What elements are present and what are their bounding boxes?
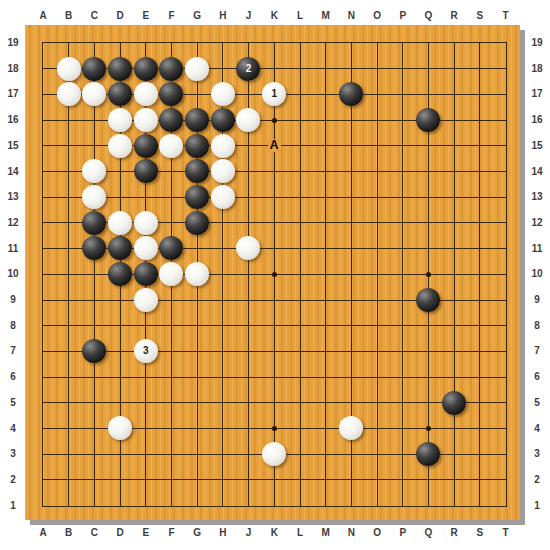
intersection-L16[interactable] xyxy=(287,107,313,133)
intersection-K12[interactable] xyxy=(261,210,287,236)
intersection-P12[interactable] xyxy=(390,210,416,236)
intersection-C15[interactable] xyxy=(82,133,108,159)
intersection-G1[interactable] xyxy=(184,493,210,519)
intersection-H4[interactable] xyxy=(210,415,236,441)
intersection-H19[interactable] xyxy=(210,30,236,56)
intersection-O8[interactable] xyxy=(364,313,390,339)
intersection-M5[interactable] xyxy=(313,390,339,416)
intersection-L14[interactable] xyxy=(287,159,313,185)
intersection-A13[interactable] xyxy=(30,184,56,210)
intersection-D6[interactable] xyxy=(107,364,133,390)
intersection-Q12[interactable] xyxy=(415,210,441,236)
intersection-O6[interactable] xyxy=(364,364,390,390)
intersection-J14[interactable] xyxy=(236,159,262,185)
intersection-C13[interactable] xyxy=(82,184,108,210)
intersection-Q5[interactable] xyxy=(415,390,441,416)
intersection-R2[interactable] xyxy=(441,467,467,493)
intersection-K14[interactable] xyxy=(261,159,287,185)
intersection-M6[interactable] xyxy=(313,364,339,390)
intersection-G18[interactable] xyxy=(184,56,210,82)
intersection-J6[interactable] xyxy=(236,364,262,390)
intersection-T16[interactable] xyxy=(493,107,519,133)
intersection-F3[interactable] xyxy=(159,441,185,467)
intersection-H6[interactable] xyxy=(210,364,236,390)
intersection-R1[interactable] xyxy=(441,493,467,519)
intersection-E17[interactable] xyxy=(133,82,159,108)
intersection-D15[interactable] xyxy=(107,133,133,159)
intersection-D16[interactable] xyxy=(107,107,133,133)
intersection-P16[interactable] xyxy=(390,107,416,133)
intersection-D5[interactable] xyxy=(107,390,133,416)
intersection-Q2[interactable] xyxy=(415,467,441,493)
intersection-J8[interactable] xyxy=(236,313,262,339)
intersection-O11[interactable] xyxy=(364,236,390,262)
intersection-E5[interactable] xyxy=(133,390,159,416)
intersection-R17[interactable] xyxy=(441,82,467,108)
intersection-K7[interactable] xyxy=(261,338,287,364)
intersection-P6[interactable] xyxy=(390,364,416,390)
intersection-T5[interactable] xyxy=(493,390,519,416)
intersection-P8[interactable] xyxy=(390,313,416,339)
intersection-N19[interactable] xyxy=(338,30,364,56)
intersection-N13[interactable] xyxy=(338,184,364,210)
intersection-J12[interactable] xyxy=(236,210,262,236)
intersection-O15[interactable] xyxy=(364,133,390,159)
intersection-H14[interactable] xyxy=(210,159,236,185)
intersection-A8[interactable] xyxy=(30,313,56,339)
intersection-F13[interactable] xyxy=(159,184,185,210)
intersection-E6[interactable] xyxy=(133,364,159,390)
intersection-T13[interactable] xyxy=(493,184,519,210)
intersection-T10[interactable] xyxy=(493,261,519,287)
intersection-G15[interactable] xyxy=(184,133,210,159)
intersection-D7[interactable] xyxy=(107,338,133,364)
intersection-N1[interactable] xyxy=(338,493,364,519)
intersection-Q17[interactable] xyxy=(415,82,441,108)
intersection-Q1[interactable] xyxy=(415,493,441,519)
intersection-D1[interactable] xyxy=(107,493,133,519)
intersection-P17[interactable] xyxy=(390,82,416,108)
intersection-J5[interactable] xyxy=(236,390,262,416)
intersection-G6[interactable] xyxy=(184,364,210,390)
intersection-L7[interactable] xyxy=(287,338,313,364)
intersection-J3[interactable] xyxy=(236,441,262,467)
intersection-H18[interactable] xyxy=(210,56,236,82)
intersection-K1[interactable] xyxy=(261,493,287,519)
intersection-K15[interactable]: A xyxy=(261,133,287,159)
intersection-L2[interactable] xyxy=(287,467,313,493)
intersection-Q13[interactable] xyxy=(415,184,441,210)
intersection-P15[interactable] xyxy=(390,133,416,159)
intersection-F7[interactable] xyxy=(159,338,185,364)
intersection-E3[interactable] xyxy=(133,441,159,467)
intersection-H8[interactable] xyxy=(210,313,236,339)
intersection-C7[interactable] xyxy=(82,338,108,364)
intersection-P9[interactable] xyxy=(390,287,416,313)
intersection-D10[interactable] xyxy=(107,261,133,287)
intersection-O13[interactable] xyxy=(364,184,390,210)
intersection-T17[interactable] xyxy=(493,82,519,108)
intersection-Q6[interactable] xyxy=(415,364,441,390)
intersection-J9[interactable] xyxy=(236,287,262,313)
intersection-B6[interactable] xyxy=(56,364,82,390)
intersection-L1[interactable] xyxy=(287,493,313,519)
intersection-M13[interactable] xyxy=(313,184,339,210)
intersection-F17[interactable] xyxy=(159,82,185,108)
intersection-C11[interactable] xyxy=(82,236,108,262)
intersection-K17[interactable]: 1 xyxy=(261,82,287,108)
intersection-A10[interactable] xyxy=(30,261,56,287)
intersection-E12[interactable] xyxy=(133,210,159,236)
intersection-B8[interactable] xyxy=(56,313,82,339)
intersection-R5[interactable] xyxy=(441,390,467,416)
intersection-T8[interactable] xyxy=(493,313,519,339)
intersection-F10[interactable] xyxy=(159,261,185,287)
intersection-D19[interactable] xyxy=(107,30,133,56)
intersection-R3[interactable] xyxy=(441,441,467,467)
intersection-T3[interactable] xyxy=(493,441,519,467)
intersection-M15[interactable] xyxy=(313,133,339,159)
intersection-M8[interactable] xyxy=(313,313,339,339)
intersection-G19[interactable] xyxy=(184,30,210,56)
intersection-C1[interactable] xyxy=(82,493,108,519)
intersection-B9[interactable] xyxy=(56,287,82,313)
intersection-O9[interactable] xyxy=(364,287,390,313)
intersection-B7[interactable] xyxy=(56,338,82,364)
intersection-G2[interactable] xyxy=(184,467,210,493)
intersection-J15[interactable] xyxy=(236,133,262,159)
intersection-A18[interactable] xyxy=(30,56,56,82)
intersection-F4[interactable] xyxy=(159,415,185,441)
intersection-F5[interactable] xyxy=(159,390,185,416)
intersection-A6[interactable] xyxy=(30,364,56,390)
intersection-N4[interactable] xyxy=(338,415,364,441)
intersection-T18[interactable] xyxy=(493,56,519,82)
intersection-F12[interactable] xyxy=(159,210,185,236)
intersection-B13[interactable] xyxy=(56,184,82,210)
intersection-T4[interactable] xyxy=(493,415,519,441)
intersection-S4[interactable] xyxy=(467,415,493,441)
intersection-D4[interactable] xyxy=(107,415,133,441)
intersection-G12[interactable] xyxy=(184,210,210,236)
intersection-G16[interactable] xyxy=(184,107,210,133)
intersection-F6[interactable] xyxy=(159,364,185,390)
intersection-Q8[interactable] xyxy=(415,313,441,339)
intersection-G17[interactable] xyxy=(184,82,210,108)
intersection-R10[interactable] xyxy=(441,261,467,287)
intersection-K19[interactable] xyxy=(261,30,287,56)
intersection-C12[interactable] xyxy=(82,210,108,236)
intersection-T2[interactable] xyxy=(493,467,519,493)
intersection-R18[interactable] xyxy=(441,56,467,82)
intersection-H5[interactable] xyxy=(210,390,236,416)
intersection-Q7[interactable] xyxy=(415,338,441,364)
intersection-A4[interactable] xyxy=(30,415,56,441)
intersection-E16[interactable] xyxy=(133,107,159,133)
intersection-M11[interactable] xyxy=(313,236,339,262)
intersection-B5[interactable] xyxy=(56,390,82,416)
intersection-D3[interactable] xyxy=(107,441,133,467)
intersection-F16[interactable] xyxy=(159,107,185,133)
intersection-B1[interactable] xyxy=(56,493,82,519)
intersection-E8[interactable] xyxy=(133,313,159,339)
intersection-A2[interactable] xyxy=(30,467,56,493)
intersection-N18[interactable] xyxy=(338,56,364,82)
intersection-N15[interactable] xyxy=(338,133,364,159)
intersection-S1[interactable] xyxy=(467,493,493,519)
intersection-R16[interactable] xyxy=(441,107,467,133)
intersection-H17[interactable] xyxy=(210,82,236,108)
intersection-L4[interactable] xyxy=(287,415,313,441)
intersection-A1[interactable] xyxy=(30,493,56,519)
intersection-K18[interactable] xyxy=(261,56,287,82)
intersection-L17[interactable] xyxy=(287,82,313,108)
intersection-L6[interactable] xyxy=(287,364,313,390)
intersection-N12[interactable] xyxy=(338,210,364,236)
intersection-Q16[interactable] xyxy=(415,107,441,133)
intersection-L5[interactable] xyxy=(287,390,313,416)
intersection-H7[interactable] xyxy=(210,338,236,364)
intersection-J13[interactable] xyxy=(236,184,262,210)
intersection-G8[interactable] xyxy=(184,313,210,339)
intersection-B17[interactable] xyxy=(56,82,82,108)
intersection-R13[interactable] xyxy=(441,184,467,210)
intersection-R4[interactable] xyxy=(441,415,467,441)
intersection-N3[interactable] xyxy=(338,441,364,467)
intersection-B3[interactable] xyxy=(56,441,82,467)
intersection-R6[interactable] xyxy=(441,364,467,390)
intersection-C2[interactable] xyxy=(82,467,108,493)
intersection-K9[interactable] xyxy=(261,287,287,313)
intersection-Q19[interactable] xyxy=(415,30,441,56)
intersection-A12[interactable] xyxy=(30,210,56,236)
intersection-E2[interactable] xyxy=(133,467,159,493)
intersection-L8[interactable] xyxy=(287,313,313,339)
intersection-K11[interactable] xyxy=(261,236,287,262)
intersection-E13[interactable] xyxy=(133,184,159,210)
intersection-O19[interactable] xyxy=(364,30,390,56)
intersection-H1[interactable] xyxy=(210,493,236,519)
intersection-M9[interactable] xyxy=(313,287,339,313)
intersection-S8[interactable] xyxy=(467,313,493,339)
intersection-N6[interactable] xyxy=(338,364,364,390)
intersection-J18[interactable]: 2 xyxy=(236,56,262,82)
intersection-G13[interactable] xyxy=(184,184,210,210)
intersection-F19[interactable] xyxy=(159,30,185,56)
intersection-B16[interactable] xyxy=(56,107,82,133)
intersection-M7[interactable] xyxy=(313,338,339,364)
intersection-B14[interactable] xyxy=(56,159,82,185)
intersection-A16[interactable] xyxy=(30,107,56,133)
intersection-G7[interactable] xyxy=(184,338,210,364)
intersection-O7[interactable] xyxy=(364,338,390,364)
intersection-K2[interactable] xyxy=(261,467,287,493)
intersection-E15[interactable] xyxy=(133,133,159,159)
intersection-D14[interactable] xyxy=(107,159,133,185)
intersection-B12[interactable] xyxy=(56,210,82,236)
intersection-N2[interactable] xyxy=(338,467,364,493)
intersection-H9[interactable] xyxy=(210,287,236,313)
intersection-K16[interactable] xyxy=(261,107,287,133)
intersection-M4[interactable] xyxy=(313,415,339,441)
intersection-T9[interactable] xyxy=(493,287,519,313)
intersection-P5[interactable] xyxy=(390,390,416,416)
intersection-N5[interactable] xyxy=(338,390,364,416)
intersection-P1[interactable] xyxy=(390,493,416,519)
intersection-D11[interactable] xyxy=(107,236,133,262)
intersection-P10[interactable] xyxy=(390,261,416,287)
intersection-K10[interactable] xyxy=(261,261,287,287)
intersection-B2[interactable] xyxy=(56,467,82,493)
intersection-D13[interactable] xyxy=(107,184,133,210)
intersection-O5[interactable] xyxy=(364,390,390,416)
intersection-T6[interactable] xyxy=(493,364,519,390)
intersection-M3[interactable] xyxy=(313,441,339,467)
intersection-F2[interactable] xyxy=(159,467,185,493)
intersection-J1[interactable] xyxy=(236,493,262,519)
intersection-O1[interactable] xyxy=(364,493,390,519)
intersection-A7[interactable] xyxy=(30,338,56,364)
intersection-S13[interactable] xyxy=(467,184,493,210)
intersection-R9[interactable] xyxy=(441,287,467,313)
intersection-M16[interactable] xyxy=(313,107,339,133)
intersection-D18[interactable] xyxy=(107,56,133,82)
intersection-R8[interactable] xyxy=(441,313,467,339)
intersection-G11[interactable] xyxy=(184,236,210,262)
intersection-F15[interactable] xyxy=(159,133,185,159)
intersection-C5[interactable] xyxy=(82,390,108,416)
intersection-Q4[interactable] xyxy=(415,415,441,441)
intersection-C3[interactable] xyxy=(82,441,108,467)
intersection-S18[interactable] xyxy=(467,56,493,82)
intersection-C4[interactable] xyxy=(82,415,108,441)
intersection-K6[interactable] xyxy=(261,364,287,390)
intersection-J4[interactable] xyxy=(236,415,262,441)
intersection-L15[interactable] xyxy=(287,133,313,159)
intersection-N16[interactable] xyxy=(338,107,364,133)
intersection-B18[interactable] xyxy=(56,56,82,82)
intersection-A19[interactable] xyxy=(30,30,56,56)
intersection-S19[interactable] xyxy=(467,30,493,56)
intersection-G5[interactable] xyxy=(184,390,210,416)
intersection-E14[interactable] xyxy=(133,159,159,185)
intersection-R12[interactable] xyxy=(441,210,467,236)
intersection-Q10[interactable] xyxy=(415,261,441,287)
intersection-D2[interactable] xyxy=(107,467,133,493)
intersection-D9[interactable] xyxy=(107,287,133,313)
intersection-N11[interactable] xyxy=(338,236,364,262)
intersection-T14[interactable] xyxy=(493,159,519,185)
intersection-B11[interactable] xyxy=(56,236,82,262)
intersection-J11[interactable] xyxy=(236,236,262,262)
intersection-S17[interactable] xyxy=(467,82,493,108)
intersection-S3[interactable] xyxy=(467,441,493,467)
intersection-S14[interactable] xyxy=(467,159,493,185)
intersection-N8[interactable] xyxy=(338,313,364,339)
intersection-B19[interactable] xyxy=(56,30,82,56)
intersection-P11[interactable] xyxy=(390,236,416,262)
intersection-Q15[interactable] xyxy=(415,133,441,159)
intersection-F1[interactable] xyxy=(159,493,185,519)
intersection-E11[interactable] xyxy=(133,236,159,262)
intersection-E9[interactable] xyxy=(133,287,159,313)
intersection-M1[interactable] xyxy=(313,493,339,519)
intersection-P4[interactable] xyxy=(390,415,416,441)
intersection-C17[interactable] xyxy=(82,82,108,108)
intersection-A11[interactable] xyxy=(30,236,56,262)
intersection-C18[interactable] xyxy=(82,56,108,82)
intersection-A17[interactable] xyxy=(30,82,56,108)
intersection-R11[interactable] xyxy=(441,236,467,262)
intersection-A15[interactable] xyxy=(30,133,56,159)
intersection-L19[interactable] xyxy=(287,30,313,56)
intersection-F18[interactable] xyxy=(159,56,185,82)
intersection-S7[interactable] xyxy=(467,338,493,364)
intersection-Q9[interactable] xyxy=(415,287,441,313)
intersection-L13[interactable] xyxy=(287,184,313,210)
intersection-T15[interactable] xyxy=(493,133,519,159)
intersection-E18[interactable] xyxy=(133,56,159,82)
intersection-M18[interactable] xyxy=(313,56,339,82)
intersection-C8[interactable] xyxy=(82,313,108,339)
intersection-S11[interactable] xyxy=(467,236,493,262)
intersection-F9[interactable] xyxy=(159,287,185,313)
intersection-P13[interactable] xyxy=(390,184,416,210)
intersection-L10[interactable] xyxy=(287,261,313,287)
intersection-G10[interactable] xyxy=(184,261,210,287)
intersection-S16[interactable] xyxy=(467,107,493,133)
intersection-S5[interactable] xyxy=(467,390,493,416)
intersection-T19[interactable] xyxy=(493,30,519,56)
intersection-H16[interactable] xyxy=(210,107,236,133)
intersection-E4[interactable] xyxy=(133,415,159,441)
intersection-O4[interactable] xyxy=(364,415,390,441)
intersection-O16[interactable] xyxy=(364,107,390,133)
intersection-A9[interactable] xyxy=(30,287,56,313)
intersection-H11[interactable] xyxy=(210,236,236,262)
intersection-M19[interactable] xyxy=(313,30,339,56)
intersection-P3[interactable] xyxy=(390,441,416,467)
intersection-N9[interactable] xyxy=(338,287,364,313)
intersection-N7[interactable] xyxy=(338,338,364,364)
intersection-K5[interactable] xyxy=(261,390,287,416)
intersection-K3[interactable] xyxy=(261,441,287,467)
intersection-F11[interactable] xyxy=(159,236,185,262)
intersection-P18[interactable] xyxy=(390,56,416,82)
intersection-G4[interactable] xyxy=(184,415,210,441)
intersection-T7[interactable] xyxy=(493,338,519,364)
intersection-D8[interactable] xyxy=(107,313,133,339)
intersection-G3[interactable] xyxy=(184,441,210,467)
intersection-B15[interactable] xyxy=(56,133,82,159)
intersection-S12[interactable] xyxy=(467,210,493,236)
intersection-B10[interactable] xyxy=(56,261,82,287)
intersection-S15[interactable] xyxy=(467,133,493,159)
intersection-C16[interactable] xyxy=(82,107,108,133)
intersection-H12[interactable] xyxy=(210,210,236,236)
intersection-K4[interactable] xyxy=(261,415,287,441)
intersection-D17[interactable] xyxy=(107,82,133,108)
intersection-H13[interactable] xyxy=(210,184,236,210)
intersection-D12[interactable] xyxy=(107,210,133,236)
intersection-L12[interactable] xyxy=(287,210,313,236)
intersection-T12[interactable] xyxy=(493,210,519,236)
intersection-G9[interactable] xyxy=(184,287,210,313)
intersection-E1[interactable] xyxy=(133,493,159,519)
intersection-R14[interactable] xyxy=(441,159,467,185)
intersection-C14[interactable] xyxy=(82,159,108,185)
intersection-J7[interactable] xyxy=(236,338,262,364)
